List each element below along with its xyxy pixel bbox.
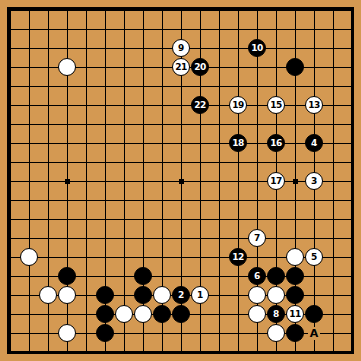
black-stone-move-16: 16 — [267, 134, 285, 152]
black-stone-move-18: 18 — [229, 134, 247, 152]
white-stone-move-13: 13 — [305, 96, 323, 114]
black-stone — [286, 324, 304, 342]
white-stone — [58, 58, 76, 76]
black-stone-move-10: 10 — [248, 39, 266, 57]
black-stone — [305, 305, 323, 323]
white-stone-move-5: 5 — [305, 248, 323, 266]
white-stone — [153, 286, 171, 304]
white-stone — [20, 248, 38, 266]
black-stone — [134, 286, 152, 304]
white-stone — [248, 305, 266, 323]
black-stone — [286, 286, 304, 304]
white-stone — [58, 286, 76, 304]
white-stone — [267, 286, 285, 304]
go-board[interactable]: 123456789101112131516171819202122A — [1, 1, 361, 361]
black-stone-move-12: 12 — [229, 248, 247, 266]
black-stone — [286, 267, 304, 285]
black-stone — [96, 286, 114, 304]
black-stone — [134, 267, 152, 285]
black-stone — [96, 305, 114, 323]
white-stone — [39, 286, 57, 304]
black-stone-move-22: 22 — [191, 96, 209, 114]
black-stone-move-4: 4 — [305, 134, 323, 152]
white-stone-move-11: 11 — [286, 305, 304, 323]
black-stone — [286, 58, 304, 76]
black-stone — [267, 267, 285, 285]
go-board-diagram: 123456789101112131516171819202122A — [0, 0, 361, 361]
white-stone-move-3: 3 — [305, 172, 323, 190]
black-stone — [153, 305, 171, 323]
white-stone-move-21: 21 — [172, 58, 190, 76]
star-point — [65, 179, 70, 184]
white-stone — [286, 248, 304, 266]
black-stone-move-6: 6 — [248, 267, 266, 285]
white-stone-move-9: 9 — [172, 39, 190, 57]
white-stone-move-15: 15 — [267, 96, 285, 114]
black-stone-move-20: 20 — [191, 58, 209, 76]
white-stone — [134, 305, 152, 323]
white-stone — [267, 324, 285, 342]
white-stone-move-17: 17 — [267, 172, 285, 190]
white-stone-move-7: 7 — [248, 229, 266, 247]
black-stone — [96, 324, 114, 342]
black-stone — [172, 305, 190, 323]
white-stone-move-19: 19 — [229, 96, 247, 114]
white-stone — [58, 324, 76, 342]
star-point — [179, 179, 184, 184]
black-stone-move-2: 2 — [172, 286, 190, 304]
white-stone-move-1: 1 — [191, 286, 209, 304]
black-stone-move-8: 8 — [267, 305, 285, 323]
white-stone — [115, 305, 133, 323]
star-point — [293, 179, 298, 184]
white-stone — [248, 286, 266, 304]
point-label-A: A — [308, 327, 321, 340]
black-stone — [58, 267, 76, 285]
